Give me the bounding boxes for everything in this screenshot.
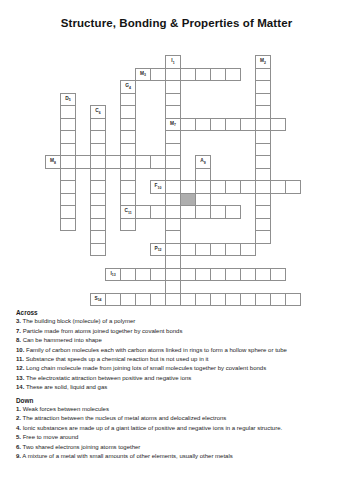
grid-cell[interactable] — [150, 205, 166, 219]
grid-cell[interactable] — [225, 243, 241, 257]
grid-cell[interactable] — [165, 68, 181, 82]
grid-cell[interactable] — [150, 155, 166, 169]
grid-cell[interactable] — [120, 155, 136, 169]
down-clue-5: 5. Free to move around — [16, 433, 348, 442]
grid-cell[interactable]: M2 — [255, 55, 271, 69]
grid-cell[interactable] — [120, 293, 136, 307]
across-clue-10: 10. Family of carbon molecules each with… — [16, 346, 348, 355]
grid-cell[interactable] — [90, 243, 106, 257]
across-heading: Across — [16, 308, 348, 317]
grid-cell[interactable] — [165, 143, 181, 157]
across-clue-11: 11. Substance that speeds up a chemical … — [16, 355, 348, 364]
grid-cell[interactable] — [240, 293, 256, 307]
grid-cell[interactable] — [285, 180, 301, 194]
grid-cell[interactable] — [120, 268, 136, 282]
grid-cell[interactable] — [180, 205, 196, 219]
grid-cell[interactable]: I1 — [165, 55, 181, 69]
grid-cell[interactable]: G4 — [120, 80, 136, 94]
grid-cell[interactable] — [195, 193, 211, 207]
grid-cell[interactable] — [225, 293, 241, 307]
clue-number-label: C11 — [124, 209, 131, 214]
grid-cell[interactable] — [270, 268, 286, 282]
grid-cell[interactable] — [135, 293, 151, 307]
grid-cell[interactable] — [120, 118, 136, 132]
clue-number-label: G4 — [125, 84, 131, 89]
grid-cell[interactable] — [90, 230, 106, 244]
grid-cell[interactable] — [165, 93, 181, 107]
grid-cell[interactable] — [195, 180, 211, 194]
clue-number-label: P12 — [154, 247, 161, 252]
grid-cell[interactable] — [60, 155, 76, 169]
grid-cell[interactable] — [120, 193, 136, 207]
grid-cell[interactable] — [180, 293, 196, 307]
grid-cell[interactable] — [255, 80, 271, 94]
grid-cell[interactable]: A9 — [195, 155, 211, 169]
grid-cell[interactable] — [90, 118, 106, 132]
shaded-cell[interactable] — [180, 193, 196, 207]
grid-cell[interactable] — [225, 118, 241, 132]
grid-cell[interactable] — [180, 180, 196, 194]
down-clue-6: 6. Two shared electrons joining atoms to… — [16, 443, 348, 452]
down-clue-1: 1. Weak forces between molecules — [16, 405, 348, 414]
grid-cell[interactable] — [180, 118, 196, 132]
grid-cell[interactable] — [60, 130, 76, 144]
across-clue-13: 13. The electrostatic attraction between… — [16, 374, 348, 383]
grid-cell[interactable] — [60, 193, 76, 207]
grid-cell[interactable] — [165, 293, 181, 307]
grid-cell[interactable] — [240, 243, 256, 257]
across-clue-14: 14. These are solid, liquid and gas — [16, 383, 348, 392]
grid-cell[interactable] — [150, 68, 166, 82]
grid-cell[interactable] — [105, 293, 121, 307]
clue-number-label: M3 — [140, 72, 146, 77]
grid-cell[interactable] — [195, 205, 211, 219]
grid-cell[interactable]: M7 — [165, 118, 181, 132]
grid-cell[interactable] — [225, 68, 241, 82]
grid-cell[interactable] — [165, 268, 181, 282]
grid-cell[interactable] — [165, 155, 181, 169]
across-clue-3: 3. The building block (molecule) of a po… — [16, 317, 348, 326]
grid-cell[interactable] — [225, 205, 241, 219]
clue-number-label: M8 — [50, 159, 56, 164]
grid-cell[interactable] — [60, 118, 76, 132]
grid-cell[interactable] — [255, 230, 271, 244]
clue-number-label: S14 — [94, 297, 101, 302]
grid-cell[interactable] — [120, 130, 136, 144]
grid-cell[interactable] — [60, 105, 76, 119]
grid-cell[interactable] — [90, 218, 106, 232]
grid-cell[interactable] — [255, 205, 271, 219]
grid-cell[interactable] — [165, 193, 181, 207]
grid-cell[interactable] — [255, 293, 271, 307]
grid-cell[interactable] — [90, 205, 106, 219]
grid-cell[interactable] — [285, 293, 301, 307]
grid-cell[interactable] — [135, 268, 151, 282]
grid-cell[interactable] — [195, 243, 211, 257]
clue-number-label: D5 — [65, 97, 70, 102]
grid-cell[interactable] — [240, 180, 256, 194]
grid-cell[interactable] — [195, 268, 211, 282]
grid-cell[interactable] — [90, 143, 106, 157]
grid-cell[interactable] — [150, 268, 166, 282]
grid-cell[interactable] — [120, 143, 136, 157]
grid-cell[interactable] — [195, 293, 211, 307]
grid-cell[interactable] — [210, 68, 226, 82]
grid-cell[interactable] — [255, 268, 271, 282]
grid-cell[interactable] — [90, 155, 106, 169]
grid-cell[interactable] — [135, 205, 151, 219]
grid-cell[interactable] — [255, 93, 271, 107]
grid-cell[interactable] — [180, 243, 196, 257]
grid-cell[interactable] — [210, 205, 226, 219]
grid-cell[interactable] — [225, 180, 241, 194]
grid-cell[interactable] — [90, 130, 106, 144]
grid-cell[interactable] — [255, 118, 271, 132]
grid-cell[interactable] — [75, 155, 91, 169]
grid-cell[interactable] — [120, 93, 136, 107]
grid-cell[interactable]: M8 — [45, 155, 61, 169]
grid-cell[interactable] — [255, 193, 271, 207]
across-clue-list: 3. The building block (molecule) of a po… — [16, 317, 348, 392]
grid-cell[interactable] — [255, 130, 271, 144]
down-clue-list: 1. Weak forces between molecules2. The a… — [16, 405, 348, 461]
grid-cell[interactable] — [120, 168, 136, 182]
grid-cell[interactable] — [165, 280, 181, 294]
grid-cell[interactable] — [180, 268, 196, 282]
grid-cell[interactable] — [270, 118, 286, 132]
grid-cell[interactable] — [210, 293, 226, 307]
clue-number-label: M7 — [170, 122, 176, 127]
grid-cell[interactable] — [90, 180, 106, 194]
grid-cell[interactable]: C6 — [90, 105, 106, 119]
grid-cell[interactable] — [60, 205, 76, 219]
grid-cell[interactable]: C11 — [120, 205, 136, 219]
grid-cell[interactable] — [210, 180, 226, 194]
clue-number-label: I13 — [110, 272, 115, 277]
grid-cell[interactable] — [270, 180, 286, 194]
grid-cell[interactable] — [120, 180, 136, 194]
grid-cell[interactable] — [165, 80, 181, 94]
grid-cell[interactable] — [120, 218, 136, 232]
grid-cell[interactable] — [225, 268, 241, 282]
grid-cell[interactable] — [90, 193, 106, 207]
grid-cell[interactable] — [210, 268, 226, 282]
grid-cell[interactable] — [60, 218, 76, 232]
grid-cell[interactable] — [165, 243, 181, 257]
grid-cell[interactable]: I13 — [105, 268, 121, 282]
grid-cell[interactable] — [165, 255, 181, 269]
clue-number-label: M2 — [260, 59, 266, 64]
grid-cell[interactable] — [210, 243, 226, 257]
crossword-grid: I1M2M3G4D5C6M7M8A9F10C11P12I13S14 — [45, 55, 302, 307]
grid-cell[interactable] — [120, 105, 136, 119]
grid-cell[interactable] — [255, 218, 271, 232]
grid-cell[interactable] — [105, 155, 121, 169]
grid-cell[interactable] — [255, 143, 271, 157]
clues-section: Across 3. The building block (molecule) … — [16, 308, 348, 462]
grid-cell[interactable] — [60, 168, 76, 182]
grid-cell[interactable]: D5 — [60, 93, 76, 107]
grid-cell[interactable] — [60, 180, 76, 194]
clue-number-label: F10 — [155, 184, 162, 189]
grid-cell[interactable] — [240, 118, 256, 132]
grid-cell[interactable] — [165, 105, 181, 119]
grid-cell[interactable] — [255, 180, 271, 194]
clue-number-label: A9 — [200, 159, 205, 164]
grid-cell[interactable] — [210, 118, 226, 132]
down-clue-2: 2. The attraction between the nucleus of… — [16, 414, 348, 423]
grid-cell[interactable] — [165, 230, 181, 244]
grid-cell[interactable] — [195, 68, 211, 82]
grid-cell[interactable] — [165, 218, 181, 232]
grid-cell[interactable]: F10 — [150, 180, 166, 194]
across-clue-8: 8. Can be hammered into shape — [16, 336, 348, 345]
down-clue-4: 4. Ionic substances are made up of a gia… — [16, 424, 348, 433]
grid-cell[interactable] — [180, 68, 196, 82]
grid-cell[interactable] — [195, 168, 211, 182]
across-clue-12: 12. Long chain molecule made from joinin… — [16, 364, 348, 373]
across-clue-7: 7. Particle made from atoms joined toget… — [16, 327, 348, 336]
grid-cell[interactable] — [240, 268, 256, 282]
grid-cell[interactable] — [270, 293, 286, 307]
clue-number-label: I1 — [171, 59, 174, 64]
down-heading: Down — [16, 396, 348, 405]
grid-cell[interactable] — [135, 155, 151, 169]
grid-cell[interactable] — [165, 180, 181, 194]
grid-cell[interactable]: S14 — [90, 293, 106, 307]
grid-cell[interactable] — [255, 168, 271, 182]
grid-cell[interactable]: M3 — [135, 68, 151, 82]
clue-number-label: C6 — [95, 109, 100, 114]
down-clue-9: 9. A mixture of a metal with small amoun… — [16, 452, 348, 461]
grid-cell[interactable] — [165, 130, 181, 144]
grid-cell[interactable] — [165, 205, 181, 219]
grid-cell[interactable] — [165, 168, 181, 182]
grid-cell[interactable] — [255, 105, 271, 119]
grid-cell[interactable] — [60, 143, 76, 157]
grid-cell[interactable] — [90, 168, 106, 182]
puzzle-title: Structure, Bonding & Properties of Matte… — [0, 17, 353, 29]
grid-cell[interactable] — [150, 293, 166, 307]
grid-cell[interactable] — [255, 68, 271, 82]
grid-cell[interactable] — [255, 155, 271, 169]
grid-cell[interactable]: P12 — [150, 243, 166, 257]
grid-cell[interactable] — [195, 118, 211, 132]
crossword-worksheet: Structure, Bonding & Properties of Matte… — [0, 0, 353, 500]
